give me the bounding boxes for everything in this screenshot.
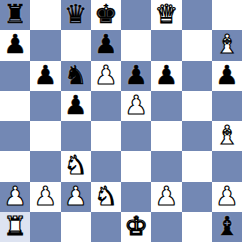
black-pawn[interactable]: ♟ xyxy=(3,31,26,57)
square-a1[interactable]: ♜ xyxy=(0,212,30,242)
square-c1[interactable] xyxy=(61,212,91,242)
square-c8[interactable]: ♛ xyxy=(61,0,91,30)
square-g1[interactable] xyxy=(182,212,212,242)
square-h7[interactable]: ♝ xyxy=(212,30,242,60)
square-b8[interactable] xyxy=(30,0,60,30)
black-queen[interactable]: ♛ xyxy=(64,1,87,27)
square-e5[interactable]: ♟ xyxy=(121,91,151,121)
square-f3[interactable] xyxy=(151,151,181,181)
white-knight[interactable]: ♞ xyxy=(64,152,87,178)
square-f5[interactable] xyxy=(151,91,181,121)
square-a2[interactable]: ♟ xyxy=(0,182,30,212)
white-rook[interactable]: ♜ xyxy=(3,213,26,239)
square-b6[interactable]: ♟ xyxy=(30,61,60,91)
white-pawn[interactable]: ♟ xyxy=(34,183,57,209)
square-e8[interactable] xyxy=(121,0,151,30)
black-bishop[interactable]: ♝ xyxy=(215,213,238,239)
black-pawn[interactable]: ♟ xyxy=(34,62,57,88)
black-pawn[interactable]: ♟ xyxy=(124,62,147,88)
square-e3[interactable] xyxy=(121,151,151,181)
square-h6[interactable]: ♟ xyxy=(212,61,242,91)
square-e7[interactable] xyxy=(121,30,151,60)
square-g3[interactable] xyxy=(182,151,212,181)
square-f2[interactable]: ♟ xyxy=(151,182,181,212)
square-c7[interactable] xyxy=(61,30,91,60)
square-d3[interactable] xyxy=(91,151,121,181)
square-d4[interactable] xyxy=(91,121,121,151)
square-b3[interactable] xyxy=(30,151,60,181)
white-queen[interactable]: ♛ xyxy=(155,1,178,27)
square-a7[interactable]: ♟ xyxy=(0,30,30,60)
square-h1[interactable]: ♝ xyxy=(212,212,242,242)
square-c2[interactable]: ♟ xyxy=(61,182,91,212)
square-c5[interactable]: ♟ xyxy=(61,91,91,121)
square-g8[interactable] xyxy=(182,0,212,30)
square-e4[interactable] xyxy=(121,121,151,151)
square-d2[interactable]: ♞ xyxy=(91,182,121,212)
square-e2[interactable] xyxy=(121,182,151,212)
black-pawn[interactable]: ♟ xyxy=(155,62,178,88)
black-rook[interactable]: ♜ xyxy=(3,1,26,27)
square-a6[interactable] xyxy=(0,61,30,91)
white-pawn[interactable]: ♟ xyxy=(124,92,147,118)
square-a5[interactable] xyxy=(0,91,30,121)
square-d1[interactable] xyxy=(91,212,121,242)
square-h4[interactable]: ♝ xyxy=(212,121,242,151)
white-king[interactable]: ♚ xyxy=(124,213,147,239)
square-e6[interactable]: ♟ xyxy=(121,61,151,91)
white-pawn[interactable]: ♟ xyxy=(64,183,87,209)
square-d6[interactable]: ♟ xyxy=(91,61,121,91)
square-c3[interactable]: ♞ xyxy=(61,151,91,181)
black-knight[interactable]: ♞ xyxy=(64,62,87,88)
white-bishop[interactable]: ♝ xyxy=(215,31,238,57)
square-f4[interactable] xyxy=(151,121,181,151)
square-b1[interactable] xyxy=(30,212,60,242)
square-b2[interactable]: ♟ xyxy=(30,182,60,212)
square-h3[interactable] xyxy=(212,151,242,181)
square-f7[interactable] xyxy=(151,30,181,60)
square-c6[interactable]: ♞ xyxy=(61,61,91,91)
square-h2[interactable]: ♟ xyxy=(212,182,242,212)
square-d7[interactable]: ♟ xyxy=(91,30,121,60)
chess-board: ♜♛♚♛♟♟♝♟♞♟♟♟♟♟♟♝♞♟♟♟♞♟♟♜♚♝ xyxy=(0,0,242,242)
square-g4[interactable] xyxy=(182,121,212,151)
white-bishop[interactable]: ♝ xyxy=(215,122,238,148)
black-pawn[interactable]: ♟ xyxy=(94,31,117,57)
white-pawn[interactable]: ♟ xyxy=(155,183,178,209)
square-f6[interactable]: ♟ xyxy=(151,61,181,91)
square-a3[interactable] xyxy=(0,151,30,181)
square-c4[interactable] xyxy=(61,121,91,151)
square-b7[interactable] xyxy=(30,30,60,60)
square-d8[interactable]: ♚ xyxy=(91,0,121,30)
square-h5[interactable] xyxy=(212,91,242,121)
square-b4[interactable] xyxy=(30,121,60,151)
square-b5[interactable] xyxy=(30,91,60,121)
square-a4[interactable] xyxy=(0,121,30,151)
black-pawn[interactable]: ♟ xyxy=(215,62,238,88)
square-d5[interactable] xyxy=(91,91,121,121)
square-g2[interactable] xyxy=(182,182,212,212)
square-a8[interactable]: ♜ xyxy=(0,0,30,30)
black-pawn[interactable]: ♟ xyxy=(64,92,87,118)
square-g6[interactable] xyxy=(182,61,212,91)
white-pawn[interactable]: ♟ xyxy=(3,183,26,209)
white-knight[interactable]: ♞ xyxy=(94,183,117,209)
white-pawn[interactable]: ♟ xyxy=(94,62,117,88)
square-f1[interactable] xyxy=(151,212,181,242)
black-king[interactable]: ♚ xyxy=(94,1,117,27)
square-h8[interactable] xyxy=(212,0,242,30)
square-g7[interactable] xyxy=(182,30,212,60)
square-e1[interactable]: ♚ xyxy=(121,212,151,242)
white-pawn[interactable]: ♟ xyxy=(215,183,238,209)
square-g5[interactable] xyxy=(182,91,212,121)
square-f8[interactable]: ♛ xyxy=(151,0,181,30)
